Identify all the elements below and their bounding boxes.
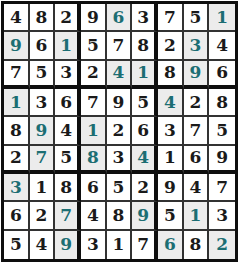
sudoku-cell-r2c3[interactable]: 1: [55, 32, 81, 60]
sudoku-cell-r7c7[interactable]: 9: [158, 174, 184, 202]
sudoku-cell-r8c6[interactable]: 9: [132, 202, 158, 230]
sudoku-cell-r1c5[interactable]: 6: [107, 4, 133, 32]
sudoku-cell-r9c1[interactable]: 5: [4, 231, 30, 259]
sudoku-cell-r2c5[interactable]: 7: [107, 32, 133, 60]
sudoku-cell-r4c2[interactable]: 3: [30, 89, 56, 117]
sudoku-cell-r7c6[interactable]: 2: [132, 174, 158, 202]
sudoku-cell-r6c7[interactable]: 1: [158, 146, 184, 174]
sudoku-cell-r2c7[interactable]: 2: [158, 32, 184, 60]
sudoku-cell-r7c8[interactable]: 4: [184, 174, 210, 202]
sudoku-cell-r8c2[interactable]: 2: [30, 202, 56, 230]
sudoku-cell-r5c7[interactable]: 3: [158, 117, 184, 145]
sudoku-cell-r6c3[interactable]: 5: [55, 146, 81, 174]
sudoku-cell-r5c9[interactable]: 5: [209, 117, 235, 145]
sudoku-cell-r9c9[interactable]: 2: [209, 231, 235, 259]
sudoku-cell-r3c1[interactable]: 7: [4, 61, 30, 89]
sudoku-cell-r3c3[interactable]: 3: [55, 61, 81, 89]
sudoku-cell-r9c2[interactable]: 4: [30, 231, 56, 259]
sudoku-cell-r6c4[interactable]: 8: [81, 146, 107, 174]
sudoku-cell-r4c8[interactable]: 2: [184, 89, 210, 117]
sudoku-cell-r4c7[interactable]: 4: [158, 89, 184, 117]
sudoku-cell-r6c9[interactable]: 9: [209, 146, 235, 174]
sudoku-cell-r2c1[interactable]: 9: [4, 32, 30, 60]
sudoku-cell-r3c6[interactable]: 1: [132, 61, 158, 89]
sudoku-cell-r1c7[interactable]: 7: [158, 4, 184, 32]
sudoku-cell-r7c9[interactable]: 7: [209, 174, 235, 202]
sudoku-cell-r9c7[interactable]: 6: [158, 231, 184, 259]
sudoku-cell-r4c9[interactable]: 8: [209, 89, 235, 117]
sudoku-cell-r5c2[interactable]: 9: [30, 117, 56, 145]
sudoku-cell-r7c3[interactable]: 8: [55, 174, 81, 202]
sudoku-cell-r1c4[interactable]: 9: [81, 4, 107, 32]
sudoku-cell-r6c1[interactable]: 2: [4, 146, 30, 174]
sudoku-cell-r6c8[interactable]: 6: [184, 146, 210, 174]
sudoku-cell-r4c4[interactable]: 7: [81, 89, 107, 117]
sudoku-cell-r4c5[interactable]: 9: [107, 89, 133, 117]
sudoku-cell-r3c7[interactable]: 8: [158, 61, 184, 89]
sudoku-cell-r1c1[interactable]: 4: [4, 4, 30, 32]
sudoku-cell-r7c5[interactable]: 5: [107, 174, 133, 202]
sudoku-cell-r5c6[interactable]: 6: [132, 117, 158, 145]
sudoku-cell-r9c6[interactable]: 7: [132, 231, 158, 259]
sudoku-cell-r3c2[interactable]: 5: [30, 61, 56, 89]
sudoku-cell-r4c1[interactable]: 1: [4, 89, 30, 117]
sudoku-board: 4829637519615782347532418961367954288941…: [1, 1, 238, 262]
sudoku-cell-r4c3[interactable]: 6: [55, 89, 81, 117]
sudoku-cell-r5c1[interactable]: 8: [4, 117, 30, 145]
sudoku-cell-r1c2[interactable]: 8: [30, 4, 56, 32]
sudoku-cell-r1c8[interactable]: 5: [184, 4, 210, 32]
sudoku-cell-r9c5[interactable]: 1: [107, 231, 133, 259]
sudoku-cell-r3c8[interactable]: 9: [184, 61, 210, 89]
sudoku-cell-r5c5[interactable]: 2: [107, 117, 133, 145]
sudoku-cell-r1c6[interactable]: 3: [132, 4, 158, 32]
sudoku-cell-r5c3[interactable]: 4: [55, 117, 81, 145]
sudoku-cell-r7c4[interactable]: 6: [81, 174, 107, 202]
sudoku-cell-r9c3[interactable]: 9: [55, 231, 81, 259]
sudoku-cell-r3c9[interactable]: 6: [209, 61, 235, 89]
sudoku-cell-r4c6[interactable]: 5: [132, 89, 158, 117]
sudoku-cell-r8c1[interactable]: 6: [4, 202, 30, 230]
sudoku-cell-r8c7[interactable]: 5: [158, 202, 184, 230]
sudoku-cell-r2c2[interactable]: 6: [30, 32, 56, 60]
sudoku-cell-r9c8[interactable]: 8: [184, 231, 210, 259]
sudoku-cell-r2c4[interactable]: 5: [81, 32, 107, 60]
sudoku-cell-r1c3[interactable]: 2: [55, 4, 81, 32]
sudoku-page: 4829637519615782347532418961367954288941…: [0, 0, 240, 265]
sudoku-cell-r3c4[interactable]: 2: [81, 61, 107, 89]
sudoku-cell-r8c3[interactable]: 7: [55, 202, 81, 230]
sudoku-cell-r7c1[interactable]: 3: [4, 174, 30, 202]
sudoku-cell-r6c5[interactable]: 3: [107, 146, 133, 174]
sudoku-cell-r2c9[interactable]: 4: [209, 32, 235, 60]
sudoku-cell-r1c9[interactable]: 1: [209, 4, 235, 32]
sudoku-cell-r8c4[interactable]: 4: [81, 202, 107, 230]
sudoku-cell-r8c8[interactable]: 1: [184, 202, 210, 230]
sudoku-cell-r2c8[interactable]: 3: [184, 32, 210, 60]
sudoku-cell-r6c6[interactable]: 4: [132, 146, 158, 174]
sudoku-cell-r6c2[interactable]: 7: [30, 146, 56, 174]
sudoku-cell-r5c4[interactable]: 1: [81, 117, 107, 145]
sudoku-cell-r9c4[interactable]: 3: [81, 231, 107, 259]
sudoku-cell-r8c9[interactable]: 3: [209, 202, 235, 230]
sudoku-cell-r8c5[interactable]: 8: [107, 202, 133, 230]
sudoku-cell-r7c2[interactable]: 1: [30, 174, 56, 202]
sudoku-cell-r3c5[interactable]: 4: [107, 61, 133, 89]
sudoku-cell-r5c8[interactable]: 7: [184, 117, 210, 145]
sudoku-cell-r2c6[interactable]: 8: [132, 32, 158, 60]
